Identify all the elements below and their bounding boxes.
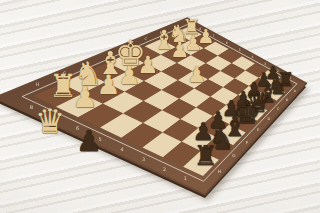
coord-rank-near-2: 2 xyxy=(163,167,166,172)
black-rook-h1[interactable]: ♜ xyxy=(194,142,219,170)
white-pawn-h7[interactable]: ♟ xyxy=(72,83,98,112)
white-pawn-g7[interactable]: ♟ xyxy=(96,72,120,99)
white-pawn-d5[interactable]: ♟ xyxy=(187,63,206,85)
coord-rank-near-8: 8 xyxy=(30,104,33,110)
coord-rank-far-6: 6 xyxy=(226,41,228,45)
coord-rank-near-3: 3 xyxy=(142,156,145,162)
chessboard-photo-scene: AABBCCDDEEFFGGHH8877665544332211 ♜♞♟♝♟♟♚… xyxy=(0,0,320,213)
coord-rank-far-5: 5 xyxy=(239,48,241,52)
offboard-black-pawn[interactable]: ♟ xyxy=(76,127,102,156)
coord-rank-near-4: 4 xyxy=(121,146,124,152)
coord-rank-near-1: 1 xyxy=(184,176,187,181)
white-pawn-c7[interactable]: ♟ xyxy=(170,39,189,60)
white-pawn-f7[interactable]: ♟ xyxy=(118,63,141,88)
offboard-white-queen[interactable]: ♛ xyxy=(35,104,65,138)
coord-rank-far-4: 4 xyxy=(252,55,254,59)
coord-file-far-h: H xyxy=(36,81,40,87)
